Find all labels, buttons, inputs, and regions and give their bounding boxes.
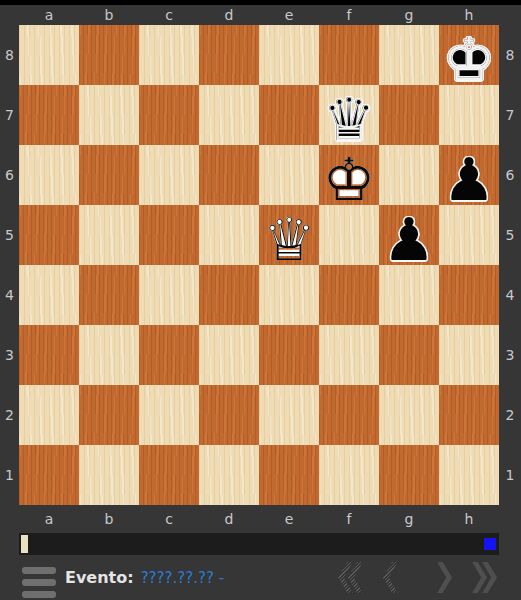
file-label-g: g [379,505,439,532]
board-frame: abcdefgh 87654321 ♚♔♛♕♚♔♟♛♕♟ 87654321 ab… [0,5,521,532]
last-move-button[interactable] [469,562,497,593]
square-c7[interactable] [139,85,199,145]
right-chevron-icon [434,562,452,593]
square-a8[interactable] [19,25,79,85]
rank-label-3: 3 [0,325,19,385]
square-g8[interactable] [379,25,439,85]
square-h6[interactable]: ♟ [439,145,499,205]
square-g1[interactable] [379,445,439,505]
menu-button[interactable] [22,567,56,598]
file-label-e: e [259,5,319,25]
board: ♚♔♛♕♚♔♟♛♕♟ [19,25,499,505]
rank-label-5: 5 [0,205,19,265]
file-label-a: a [19,5,79,25]
white-king-glyph: ♚ [319,149,379,209]
rank-label-4: 4 [499,265,521,325]
file-label-d: d [199,505,259,532]
hamburger-icon [22,567,56,574]
rank-label-8: 8 [499,25,521,85]
square-e1[interactable] [259,445,319,505]
square-d7[interactable] [199,85,259,145]
rank-label-4: 4 [0,265,19,325]
square-g6[interactable] [379,145,439,205]
black-queen[interactable]: ♛♕ [319,85,379,145]
square-a5[interactable] [19,205,79,265]
rank-label-5: 5 [499,205,521,265]
prev-move-button[interactable] [383,562,401,593]
square-e8[interactable] [259,25,319,85]
square-b8[interactable] [79,25,139,85]
square-c8[interactable] [139,25,199,85]
square-e3[interactable] [259,325,319,385]
next-move-button[interactable] [434,562,452,593]
square-h5[interactable] [439,205,499,265]
file-label-d: d [199,5,259,25]
square-g4[interactable] [379,265,439,325]
right-chevron-icon [469,562,487,593]
square-h2[interactable] [439,385,499,445]
square-d4[interactable] [199,265,259,325]
square-a7[interactable] [19,85,79,145]
square-h1[interactable] [439,445,499,505]
left-chevron-icon [383,562,401,593]
slider-end-marker [484,538,496,550]
move-slider[interactable] [19,533,499,555]
square-f7[interactable]: ♛♕ [319,85,379,145]
square-f1[interactable] [319,445,379,505]
square-h7[interactable] [439,85,499,145]
square-d3[interactable] [199,325,259,385]
file-label-e: e [259,505,319,532]
square-d8[interactable] [199,25,259,85]
event-info: Evento: ????.??.?? - [65,568,224,587]
square-b2[interactable] [79,385,139,445]
rank-label-8: 8 [0,25,19,85]
rank-label-2: 2 [499,385,521,445]
square-c1[interactable] [139,445,199,505]
square-a1[interactable] [19,445,79,505]
square-d2[interactable] [199,385,259,445]
square-f4[interactable] [319,265,379,325]
black-queen-outline: ♕ [319,89,379,149]
file-label-f: f [319,5,379,25]
square-b6[interactable] [79,145,139,205]
black-pawn-glyph: ♟ [379,209,439,269]
rank-label-6: 6 [0,145,19,205]
square-b7[interactable] [79,85,139,145]
square-d5[interactable] [199,205,259,265]
rank-label-7: 7 [499,85,521,145]
white-king-outline: ♔ [319,149,379,209]
file-label-f: f [319,505,379,532]
square-f5[interactable] [319,205,379,265]
square-a2[interactable] [19,385,79,445]
rank-labels-left: 87654321 [0,25,19,505]
white-king[interactable]: ♚♔ [319,145,379,205]
file-label-a: a [19,505,79,532]
file-label-h: h [439,505,499,532]
slider-row [0,533,521,555]
file-label-b: b [79,505,139,532]
rank-label-1: 1 [0,445,19,505]
square-a3[interactable] [19,325,79,385]
square-e7[interactable] [259,85,319,145]
square-b5[interactable] [79,205,139,265]
file-label-c: c [139,5,199,25]
square-a4[interactable] [19,265,79,325]
rank-label-6: 6 [499,145,521,205]
square-c6[interactable] [139,145,199,205]
event-value-link[interactable]: ????.??.?? - [141,569,224,587]
first-move-button[interactable] [338,562,366,593]
black-pawn[interactable]: ♟ [439,145,499,205]
file-labels-top: abcdefgh [19,5,499,25]
square-f6[interactable]: ♚♔ [319,145,379,205]
file-label-c: c [139,505,199,532]
square-b4[interactable] [79,265,139,325]
toolbar: Evento: ????.??.?? - [0,555,521,600]
square-c4[interactable] [139,265,199,325]
square-e4[interactable] [259,265,319,325]
black-pawn-glyph: ♟ [439,149,499,209]
black-pawn[interactable]: ♟ [379,205,439,265]
square-f3[interactable] [319,325,379,385]
file-label-g: g [379,5,439,25]
white-queen-outline: ♕ [259,209,319,269]
square-b1[interactable] [79,445,139,505]
event-label: Evento: [65,568,134,587]
square-g3[interactable] [379,325,439,385]
rank-labels-right: 87654321 [499,25,521,505]
nav-controls [338,562,521,593]
black-king-outline: ♔ [439,29,499,89]
square-e2[interactable] [259,385,319,445]
square-c5[interactable] [139,205,199,265]
square-e5[interactable]: ♛♕ [259,205,319,265]
square-c2[interactable] [139,385,199,445]
square-c3[interactable] [139,325,199,385]
square-g7[interactable] [379,85,439,145]
square-g5[interactable]: ♟ [379,205,439,265]
rank-label-3: 3 [499,325,521,385]
file-label-h: h [439,5,499,25]
slider-thumb[interactable] [21,535,28,553]
square-g2[interactable] [379,385,439,445]
square-a6[interactable] [19,145,79,205]
square-d6[interactable] [199,145,259,205]
square-h4[interactable] [439,265,499,325]
file-labels-bottom: abcdefgh [19,505,499,532]
left-chevron-icon [348,562,366,593]
black-king[interactable]: ♚♔ [439,25,499,85]
rank-label-2: 2 [0,385,19,445]
white-queen-glyph: ♛ [259,209,319,269]
black-queen-glyph: ♛ [319,89,379,149]
rank-label-1: 1 [499,445,521,505]
square-h3[interactable] [439,325,499,385]
rank-label-7: 7 [0,85,19,145]
square-d1[interactable] [199,445,259,505]
square-e6[interactable] [259,145,319,205]
black-king-glyph: ♚ [439,29,499,89]
white-queen[interactable]: ♛♕ [259,205,319,265]
square-h8[interactable]: ♚♔ [439,25,499,85]
square-b3[interactable] [79,325,139,385]
square-f8[interactable] [319,25,379,85]
square-f2[interactable] [319,385,379,445]
file-label-b: b [79,5,139,25]
